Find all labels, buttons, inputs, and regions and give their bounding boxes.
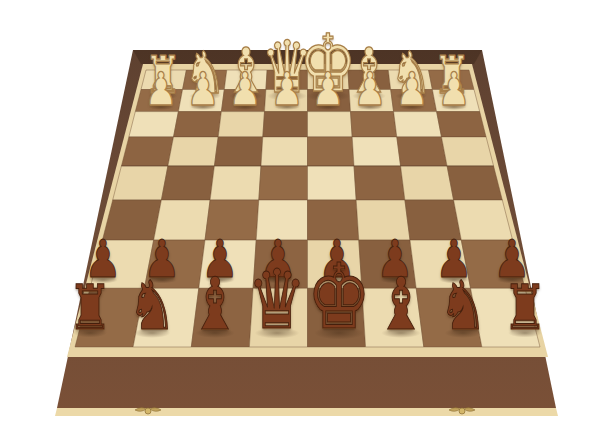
black-knight[interactable]: ♞ <box>128 272 177 340</box>
white-pawn[interactable]: ♟ <box>354 66 387 112</box>
square-a4 <box>121 137 173 166</box>
square-a5 <box>113 166 168 200</box>
square-e5 <box>308 166 357 200</box>
white-pawn[interactable]: ♟ <box>228 66 261 112</box>
front-edge-strip <box>55 408 558 416</box>
square-b5 <box>161 166 214 200</box>
square-h5 <box>447 166 502 200</box>
black-rook[interactable]: ♜ <box>503 277 547 339</box>
square-c4 <box>214 137 262 166</box>
black-king[interactable]: ♚ <box>306 252 371 342</box>
white-pawn[interactable]: ♟ <box>312 66 345 112</box>
square-f4 <box>352 137 400 166</box>
square-d5 <box>259 166 308 200</box>
square-g5 <box>401 166 454 200</box>
square-g4 <box>397 137 447 166</box>
square-h4 <box>442 137 494 166</box>
black-bishop[interactable]: ♝ <box>375 268 427 340</box>
black-bishop[interactable]: ♝ <box>189 268 241 340</box>
white-pawn[interactable]: ♟ <box>186 66 219 112</box>
white-pawn[interactable]: ♟ <box>438 66 471 112</box>
black-queen[interactable]: ♛ <box>247 259 306 341</box>
white-pawn[interactable]: ♟ <box>396 66 429 112</box>
black-knight[interactable]: ♞ <box>439 272 488 340</box>
white-pawn[interactable]: ♟ <box>270 66 303 112</box>
square-e4 <box>308 137 355 166</box>
square-b4 <box>168 137 218 166</box>
black-rook[interactable]: ♜ <box>68 277 112 339</box>
square-f5 <box>354 166 405 200</box>
square-d4 <box>261 137 308 166</box>
white-pawn[interactable]: ♟ <box>144 66 177 112</box>
chess-set-photo: ♜♞♝♛♚♝♞♜♟♟♟♟♟♟♟♟♟♟♟♟♟♟♟♟♜♞♝♛♚♝♞♜ <box>0 0 612 421</box>
square-c5 <box>210 166 261 200</box>
